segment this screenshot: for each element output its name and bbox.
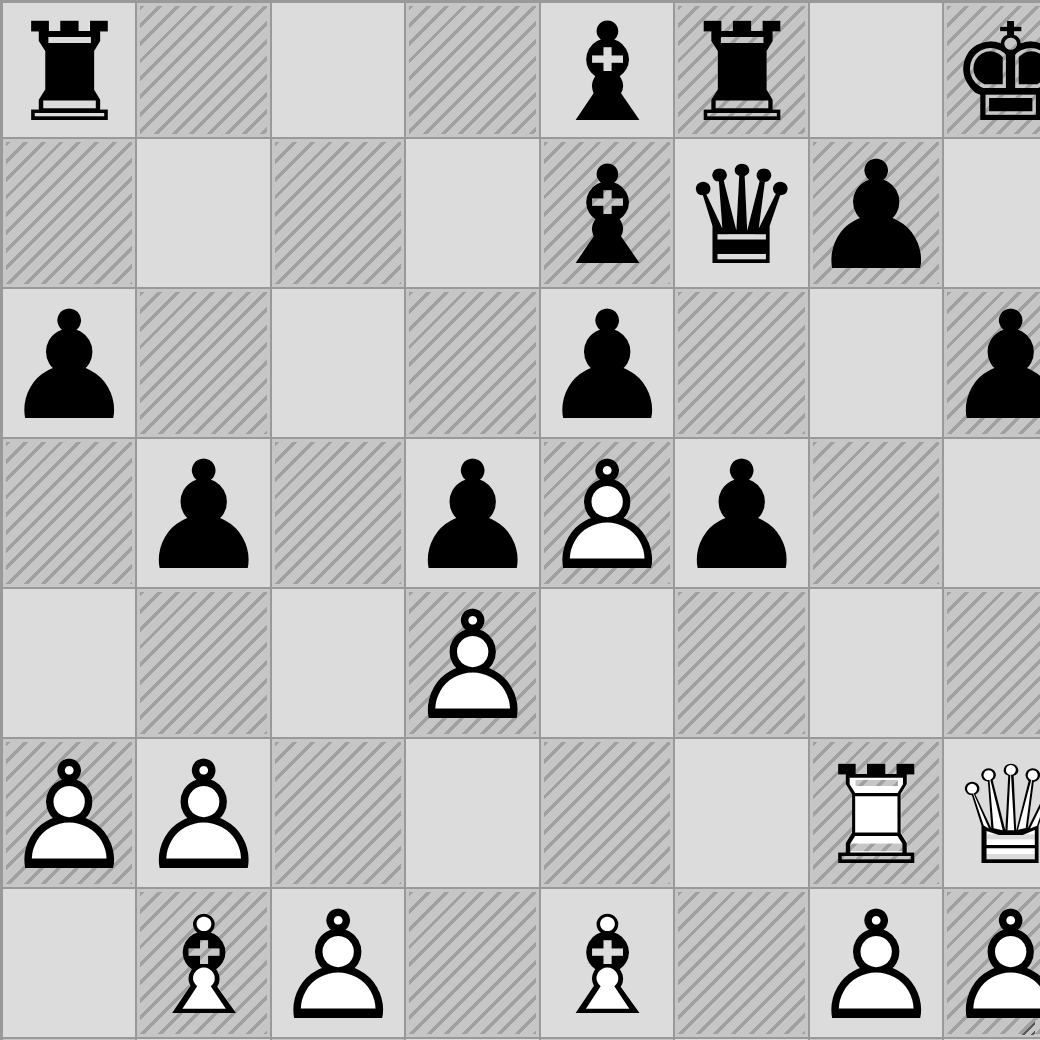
black-rook-icon: ♜ [8,5,130,141]
white-queen-icon: ♕ [950,748,1040,884]
square-g7[interactable]: ♙♟ [809,138,943,288]
piece-white-pawn[interactable]: ♟♙ [271,891,405,1040]
square-a3[interactable]: ♟♙ [2,738,136,888]
square-g3[interactable]: ♜♖ [809,738,943,888]
square-f4[interactable] [674,588,808,738]
white-bishop-icon: ♗ [546,898,668,1034]
black-pawn-icon: ♟ [674,441,808,591]
white-pawn-icon: ♙ [136,741,270,891]
piece-white-bishop[interactable]: ♝♗ [143,898,265,1034]
piece-black-king[interactable]: ♔♚ [950,5,1040,141]
square-b2[interactable]: ♝♗ [136,888,270,1038]
chess-board: ♖♜♗♝♖♜♔♚8♗♝♕♛♙♟7♙♟♙♟♙♟6♙♟♙♟♟♙♙♟5♟♙4♟♙♟♙♜… [0,0,1040,1040]
square-b6[interactable] [136,288,270,438]
square-h7[interactable]: 7 [943,138,1040,288]
square-e7[interactable]: ♗♝ [540,138,674,288]
black-pawn-icon: ♟ [943,291,1040,441]
piece-white-pawn[interactable]: ♟♙ [943,891,1040,1040]
square-f8[interactable]: ♖♜ [674,2,808,138]
square-a8[interactable]: ♖♜ [2,2,136,138]
square-a2[interactable] [2,888,136,1038]
piece-white-pawn[interactable]: ♟♙ [136,741,270,891]
white-pawn-icon: ♙ [405,591,539,741]
white-pawn-icon: ♙ [2,741,136,891]
square-h6[interactable]: ♙♟6 [943,288,1040,438]
white-pawn-icon: ♙ [540,441,674,591]
square-e3[interactable] [540,738,674,888]
piece-black-bishop[interactable]: ♗♝ [546,148,668,284]
square-g2[interactable]: ♟♙ [809,888,943,1038]
white-pawn-icon: ♙ [943,891,1040,1040]
square-a4[interactable] [2,588,136,738]
piece-white-pawn[interactable]: ♟♙ [809,891,943,1040]
square-g4[interactable] [809,588,943,738]
square-d5[interactable]: ♙♟ [405,438,539,588]
square-g8[interactable] [809,2,943,138]
square-h8[interactable]: ♔♚8 [943,2,1040,138]
square-e6[interactable]: ♙♟ [540,288,674,438]
square-b5[interactable]: ♙♟ [136,438,270,588]
square-c2[interactable]: ♟♙ [271,888,405,1038]
piece-black-pawn[interactable]: ♙♟ [540,291,674,441]
piece-black-queen[interactable]: ♕♛ [681,148,803,284]
square-d3[interactable] [405,738,539,888]
square-d7[interactable] [405,138,539,288]
square-c7[interactable] [271,138,405,288]
black-pawn-icon: ♟ [809,141,943,291]
black-pawn-icon: ♟ [540,291,674,441]
piece-black-rook[interactable]: ♖♜ [681,5,803,141]
square-b8[interactable] [136,2,270,138]
black-queen-icon: ♛ [681,148,803,284]
white-rook-icon: ♖ [815,748,937,884]
square-g5[interactable] [809,438,943,588]
square-h4[interactable]: 4 [943,588,1040,738]
black-pawn-icon: ♟ [405,441,539,591]
square-h2[interactable]: ♟♙2 [943,888,1040,1038]
white-pawn-icon: ♙ [271,891,405,1040]
square-e2[interactable]: ♝♗ [540,888,674,1038]
square-f2[interactable] [674,888,808,1038]
piece-black-pawn[interactable]: ♙♟ [674,441,808,591]
square-c4[interactable] [271,588,405,738]
black-bishop-icon: ♝ [546,148,668,284]
square-a6[interactable]: ♙♟ [2,288,136,438]
square-d6[interactable] [405,288,539,438]
piece-black-pawn[interactable]: ♙♟ [405,441,539,591]
square-c6[interactable] [271,288,405,438]
square-b3[interactable]: ♟♙ [136,738,270,888]
square-b7[interactable] [136,138,270,288]
square-g6[interactable] [809,288,943,438]
white-bishop-icon: ♗ [143,898,265,1034]
black-bishop-icon: ♝ [546,5,668,141]
piece-black-pawn[interactable]: ♙♟ [2,291,136,441]
piece-black-pawn[interactable]: ♙♟ [136,441,270,591]
square-a5[interactable] [2,438,136,588]
square-f6[interactable] [674,288,808,438]
black-pawn-icon: ♟ [2,291,136,441]
square-h5[interactable]: 5 [943,438,1040,588]
black-rook-icon: ♜ [681,5,803,141]
piece-white-pawn[interactable]: ♟♙ [405,591,539,741]
white-pawn-icon: ♙ [809,891,943,1040]
piece-white-pawn[interactable]: ♟♙ [2,741,136,891]
square-f7[interactable]: ♕♛ [674,138,808,288]
square-e4[interactable] [540,588,674,738]
square-h3[interactable]: ♛♕3 [943,738,1040,888]
square-e5[interactable]: ♟♙ [540,438,674,588]
piece-black-pawn[interactable]: ♙♟ [943,291,1040,441]
square-f5[interactable]: ♙♟ [674,438,808,588]
square-c3[interactable] [271,738,405,888]
square-b4[interactable] [136,588,270,738]
square-d4[interactable]: ♟♙ [405,588,539,738]
black-pawn-icon: ♟ [136,441,270,591]
piece-black-bishop[interactable]: ♗♝ [546,5,668,141]
square-f3[interactable] [674,738,808,888]
piece-white-queen[interactable]: ♛♕ [950,748,1040,884]
piece-white-rook[interactable]: ♜♖ [815,748,937,884]
square-c5[interactable] [271,438,405,588]
black-king-icon: ♚ [950,5,1040,141]
piece-black-rook[interactable]: ♖♜ [8,5,130,141]
piece-black-pawn[interactable]: ♙♟ [809,141,943,291]
square-e8[interactable]: ♗♝ [540,2,674,138]
piece-white-pawn[interactable]: ♟♙ [540,441,674,591]
square-a7[interactable] [2,138,136,288]
piece-white-bishop[interactable]: ♝♗ [546,898,668,1034]
square-d8[interactable] [405,2,539,138]
square-c8[interactable] [271,2,405,138]
square-d2[interactable] [405,888,539,1038]
